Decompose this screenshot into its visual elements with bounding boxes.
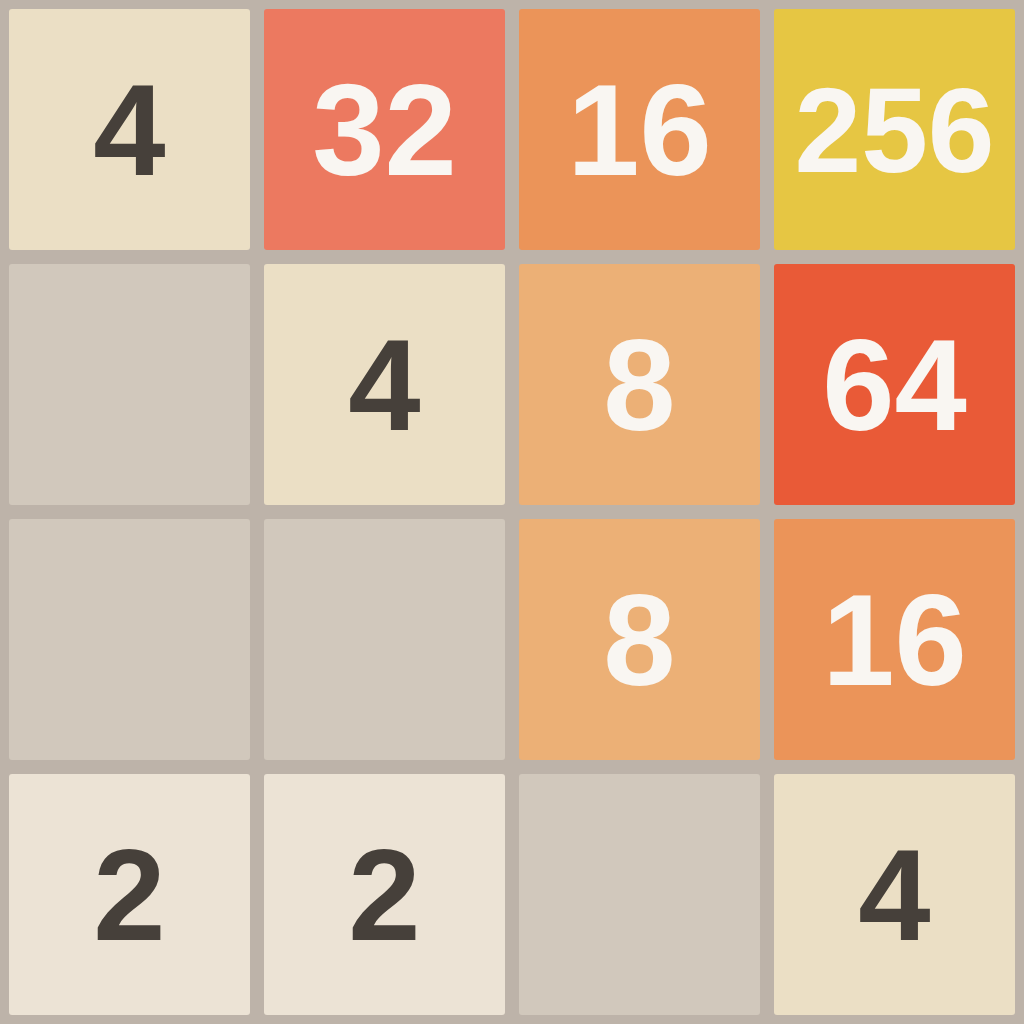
tile-16-r1c3: 16	[519, 9, 760, 250]
tile-64-r2c4: 64	[774, 264, 1015, 505]
tile-256-r1c4: 256	[774, 9, 1015, 250]
tile-8-r2c3: 8	[519, 264, 760, 505]
tile-32-r1c2: 32	[264, 9, 505, 250]
empty-cell-r2c1	[9, 264, 250, 505]
empty-cell-r3c1	[9, 519, 250, 760]
tile-8-r3c3: 8	[519, 519, 760, 760]
empty-cell-r4c3	[519, 774, 760, 1015]
tile-16-r3c4: 16	[774, 519, 1015, 760]
tile-4-r2c2: 4	[264, 264, 505, 505]
tile-2-r4c1: 2	[9, 774, 250, 1015]
empty-cell-r3c2	[264, 519, 505, 760]
tile-2-r4c2: 2	[264, 774, 505, 1015]
board-2048[interactable]: 432162564864816224	[0, 0, 1024, 1024]
tile-4-r4c4: 4	[774, 774, 1015, 1015]
tile-4-r1c1: 4	[9, 9, 250, 250]
